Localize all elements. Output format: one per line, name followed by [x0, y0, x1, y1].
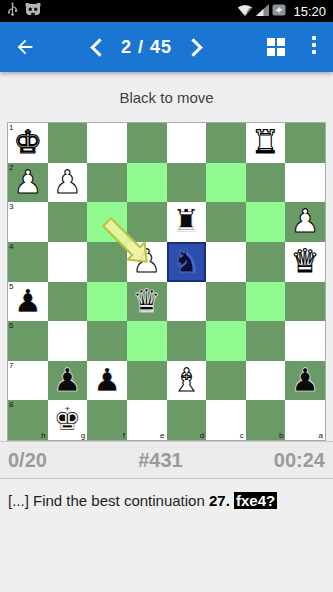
- file-label-d: d: [200, 431, 204, 440]
- timer: 00:24: [274, 449, 325, 472]
- black-knight-d4[interactable]: ♞: [167, 242, 207, 281]
- black-rook-d3[interactable]: ♜: [167, 202, 207, 241]
- square-g4[interactable]: [48, 242, 88, 282]
- wifi-icon: [237, 2, 253, 20]
- prompt-text: [...] Find the best continuation 27. fxe…: [0, 479, 333, 509]
- overflow-menu-icon[interactable]: [312, 36, 316, 54]
- turn-banner: Black to move: [0, 72, 333, 122]
- square-h8[interactable]: 8h: [8, 400, 48, 440]
- square-e1[interactable]: [127, 123, 167, 163]
- file-label-h: h: [41, 431, 45, 440]
- black-queen-e5[interactable]: ♛: [127, 282, 167, 321]
- square-b4[interactable]: [246, 242, 286, 282]
- file-label-a: a: [319, 431, 323, 440]
- file-label-b: b: [279, 431, 283, 440]
- white-pawn-a3[interactable]: ♟: [285, 202, 325, 241]
- square-c2[interactable]: [206, 163, 246, 203]
- puzzle-number: #431: [47, 449, 274, 472]
- square-h1[interactable]: ♚1: [8, 123, 48, 163]
- square-g5[interactable]: [48, 282, 88, 322]
- square-c5[interactable]: [206, 282, 246, 322]
- square-g1[interactable]: [48, 123, 88, 163]
- square-e2[interactable]: [127, 163, 167, 203]
- white-king-h1[interactable]: ♚: [8, 123, 48, 162]
- square-h7[interactable]: 7: [8, 361, 48, 401]
- grid-view-icon[interactable]: [267, 38, 285, 56]
- square-d8[interactable]: d: [167, 400, 207, 440]
- rank-label-2: 2: [9, 163, 13, 172]
- signal-icon: [256, 2, 269, 20]
- white-pawn-e4[interactable]: ♟: [127, 242, 167, 281]
- square-d5[interactable]: [167, 282, 207, 322]
- square-e6[interactable]: [127, 321, 167, 361]
- square-h6[interactable]: 6: [8, 321, 48, 361]
- square-d7[interactable]: ♝: [167, 361, 207, 401]
- black-pawn-h5[interactable]: ♟: [8, 282, 48, 321]
- clock-text: 15:20: [293, 4, 326, 19]
- prompt-prefix: [...] Find the best continuation: [8, 492, 205, 509]
- white-rook-b1[interactable]: ♜: [246, 123, 286, 162]
- rank-label-8: 8: [9, 400, 13, 409]
- square-g6[interactable]: [48, 321, 88, 361]
- white-bishop-d7[interactable]: ♝: [167, 361, 207, 400]
- square-d6[interactable]: [167, 321, 207, 361]
- file-label-c: c: [240, 431, 244, 440]
- square-f1[interactable]: [87, 123, 127, 163]
- square-g8[interactable]: ♚g: [48, 400, 88, 440]
- square-e5[interactable]: ♛: [127, 282, 167, 322]
- square-c8[interactable]: c: [206, 400, 246, 440]
- square-f8[interactable]: f: [87, 400, 127, 440]
- square-c7[interactable]: [206, 361, 246, 401]
- square-d1[interactable]: [167, 123, 207, 163]
- square-c4[interactable]: [206, 242, 246, 282]
- square-g7[interactable]: ♟: [48, 361, 88, 401]
- cyanogenmod-icon: [25, 2, 41, 20]
- square-a2[interactable]: [285, 163, 325, 203]
- square-b3[interactable]: [246, 202, 286, 242]
- square-g3[interactable]: [48, 202, 88, 242]
- rank-label-5: 5: [9, 282, 13, 291]
- score-counter: 0/20: [8, 449, 47, 472]
- move-number: 27.: [209, 492, 230, 509]
- puzzle-counter: 2 / 45: [121, 37, 172, 58]
- square-a6[interactable]: [285, 321, 325, 361]
- square-b5[interactable]: [246, 282, 286, 322]
- black-pawn-g7[interactable]: ♟: [48, 361, 88, 400]
- square-a4[interactable]: ♛: [285, 242, 325, 282]
- square-a3[interactable]: ♟: [285, 202, 325, 242]
- square-f2[interactable]: [87, 163, 127, 203]
- square-d4[interactable]: ♞: [167, 242, 207, 282]
- square-g2[interactable]: ♟: [48, 163, 88, 203]
- rank-label-3: 3: [9, 202, 13, 211]
- square-f4[interactable]: [87, 242, 127, 282]
- square-a8[interactable]: a: [285, 400, 325, 440]
- usb-icon: [7, 2, 18, 20]
- highlighted-move: fxe4?: [234, 492, 277, 509]
- black-pawn-f7[interactable]: ♟: [87, 361, 127, 400]
- square-d2[interactable]: [167, 163, 207, 203]
- stats-bar: 0/20 #431 00:24: [0, 441, 333, 479]
- square-b1[interactable]: ♜: [246, 123, 286, 163]
- network-arrows-icon: [272, 2, 286, 20]
- white-pawn-g2[interactable]: ♟: [48, 163, 88, 202]
- square-e7[interactable]: [127, 361, 167, 401]
- rank-label-1: 1: [9, 123, 13, 132]
- square-a5[interactable]: [285, 282, 325, 322]
- white-pawn-h2[interactable]: ♟: [8, 163, 48, 202]
- file-label-e: e: [160, 431, 164, 440]
- back-arrow-icon[interactable]: [14, 36, 36, 58]
- square-d3[interactable]: ♜: [167, 202, 207, 242]
- app-bar: 2 / 45: [0, 22, 333, 72]
- black-pawn-a7[interactable]: ♟: [285, 361, 325, 400]
- rank-label-4: 4: [9, 242, 13, 251]
- board-grid[interactable]: ♚1♜♟2♟3♜♟4♟♞♛♟5♛67♟♟♝♟8h♚gfedcba: [8, 123, 325, 440]
- square-c3[interactable]: [206, 202, 246, 242]
- square-b6[interactable]: [246, 321, 286, 361]
- chevron-right-icon[interactable]: [184, 38, 202, 56]
- chevron-left-icon[interactable]: [90, 38, 108, 56]
- square-h5[interactable]: ♟5: [8, 282, 48, 322]
- file-label-f: f: [123, 431, 125, 440]
- square-f7[interactable]: ♟: [87, 361, 127, 401]
- square-f6[interactable]: [87, 321, 127, 361]
- square-f5[interactable]: [87, 282, 127, 322]
- square-b8[interactable]: b: [246, 400, 286, 440]
- chess-board: ♚1♜♟2♟3♜♟4♟♞♛♟5♛67♟♟♝♟8h♚gfedcba: [7, 122, 326, 441]
- square-f3[interactable]: [87, 202, 127, 242]
- file-label-g: g: [81, 431, 85, 440]
- square-h3[interactable]: 3: [8, 202, 48, 242]
- square-c1[interactable]: [206, 123, 246, 163]
- square-h2[interactable]: ♟2: [8, 163, 48, 203]
- square-b2[interactable]: [246, 163, 286, 203]
- square-e4[interactable]: ♟: [127, 242, 167, 282]
- square-c6[interactable]: [206, 321, 246, 361]
- square-h4[interactable]: 4: [8, 242, 48, 282]
- status-bar: 15:20: [0, 0, 333, 22]
- square-b7[interactable]: [246, 361, 286, 401]
- square-e3[interactable]: [127, 202, 167, 242]
- square-e8[interactable]: e: [127, 400, 167, 440]
- square-a1[interactable]: [285, 123, 325, 163]
- rank-label-7: 7: [9, 361, 13, 370]
- rank-label-6: 6: [9, 321, 13, 330]
- square-a7[interactable]: ♟: [285, 361, 325, 401]
- white-queen-a4[interactable]: ♛: [285, 242, 325, 281]
- app-window: 15:20 2 / 45 Black to move ♚1♜♟2♟3♜♟4♟♞♛…: [0, 0, 333, 592]
